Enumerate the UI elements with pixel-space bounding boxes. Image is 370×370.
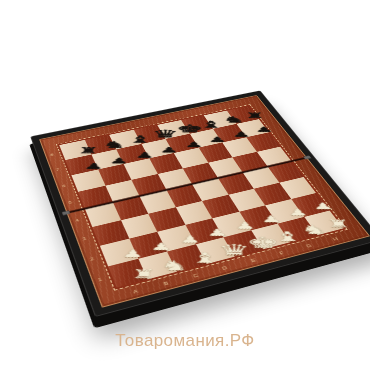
chess-board-box: ABCDEFGH 87654321 ♜♞♝♛♚♝♞♜♟♟♟♟♟♟♟♟♟♟♟♟♟♟… — [30, 90, 370, 317]
file-label-e: E — [237, 254, 269, 268]
product-photo: ABCDEFGH 87654321 ♜♞♝♛♚♝♞♜♟♟♟♟♟♟♟♟♟♟♟♟♟♟… — [0, 0, 370, 370]
file-label-g: G — [293, 239, 325, 253]
file-label-f: F — [266, 246, 298, 260]
file-label-b: B — [149, 276, 183, 291]
file-label-h: H — [320, 232, 351, 245]
rank-label-4: 4 — [69, 210, 86, 231]
file-label-a: A — [119, 284, 153, 299]
file-label-c: C — [179, 269, 212, 284]
rank-label-3: 3 — [75, 228, 93, 250]
rank-label-5: 5 — [62, 193, 79, 213]
rank-label-1: 1 — [90, 268, 109, 292]
store-watermark: Товаромания.РФ — [115, 331, 254, 351]
file-label-d: D — [209, 261, 242, 275]
rank-label-2: 2 — [83, 247, 102, 270]
